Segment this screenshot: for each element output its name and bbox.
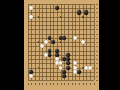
right-coordinate-tick: [96, 80, 98, 81]
letterbox-right: [99, 0, 120, 90]
white-stone: [81, 40, 85, 44]
right-coordinate-tick: [96, 59, 98, 60]
right-coordinate-tick: [96, 51, 98, 52]
black-stone: [77, 70, 81, 74]
black-stone: [66, 66, 70, 70]
right-coordinate-tick: [96, 34, 98, 35]
white-stone: [59, 66, 63, 70]
bottom-coordinate-tick: [31, 83, 32, 85]
white-stone: [29, 6, 33, 10]
black-stone: [55, 6, 59, 10]
hoshi-point: [38, 41, 40, 43]
right-coordinate-tick: [96, 68, 98, 69]
right-coordinate-tick: [96, 4, 98, 5]
right-coordinate-tick: [96, 63, 98, 64]
grid-line-vertical: [72, 4, 73, 80]
bottom-coordinate-tick: [68, 83, 69, 85]
white-stone: [29, 15, 33, 19]
right-coordinate-tick: [96, 17, 98, 18]
hoshi-point: [38, 16, 40, 18]
white-stone: [29, 74, 33, 78]
grid-line-horizontal: [28, 55, 94, 56]
grid-line-horizontal: [28, 59, 94, 60]
grid-line-horizontal: [28, 80, 94, 81]
bottom-coordinate-tick: [75, 83, 76, 85]
hoshi-point: [82, 67, 84, 69]
white-stone: [88, 66, 92, 70]
black-stone: [51, 40, 55, 44]
black-stone: [48, 53, 52, 57]
bottom-coordinate-tick: [90, 83, 91, 85]
hoshi-point: [60, 16, 62, 18]
right-coordinate-tick: [96, 46, 98, 47]
hoshi-point: [82, 16, 84, 18]
right-coordinate-tick: [96, 25, 98, 26]
bottom-coordinate-tick: [42, 83, 43, 85]
bottom-coordinate-tick: [57, 83, 58, 85]
right-coordinate-tick: [96, 21, 98, 22]
bottom-coordinate-tick: [79, 83, 80, 85]
bottom-coordinate-tick: [61, 83, 62, 85]
bottom-coordinate-tick: [72, 83, 73, 85]
white-stone: [40, 44, 44, 48]
bottom-coordinate-tick: [94, 83, 95, 85]
black-stone: [77, 10, 81, 14]
black-stone: [62, 74, 66, 78]
bottom-coordinate-tick: [46, 83, 47, 85]
right-coordinate-tick: [96, 72, 98, 73]
grid-line-horizontal: [28, 51, 94, 52]
video-frame: [0, 0, 120, 90]
black-stone: [48, 36, 52, 40]
white-stone: [73, 36, 77, 40]
grid-line-horizontal: [28, 72, 94, 73]
bottom-coordinate-tick: [50, 83, 51, 85]
bottom-coordinate-tick: [53, 83, 54, 85]
right-coordinate-tick: [96, 76, 98, 77]
letterbox-left: [0, 0, 24, 90]
go-board[interactable]: [24, 0, 99, 90]
grid-line-horizontal: [28, 46, 94, 47]
grid-line-vertical: [94, 4, 95, 80]
right-coordinate-tick: [96, 55, 98, 56]
right-coordinate-tick: [96, 38, 98, 39]
right-coordinate-tick: [96, 8, 98, 9]
grid-line-horizontal: [28, 76, 94, 77]
right-coordinate-tick: [96, 29, 98, 30]
black-stone: [62, 36, 66, 40]
bottom-coordinate-tick: [86, 83, 87, 85]
hoshi-point: [60, 41, 62, 43]
right-coordinate-tick: [96, 12, 98, 13]
bottom-coordinate-tick: [64, 83, 65, 85]
black-stone: [84, 10, 88, 14]
bottom-coordinate-tick: [35, 83, 36, 85]
bottom-coordinate-tick: [39, 83, 40, 85]
bottom-coordinate-tick: [83, 83, 84, 85]
bottom-coordinate-tick: [28, 83, 29, 85]
hoshi-point: [38, 67, 40, 69]
right-coordinate-tick: [96, 42, 98, 43]
white-stone: [44, 40, 48, 44]
